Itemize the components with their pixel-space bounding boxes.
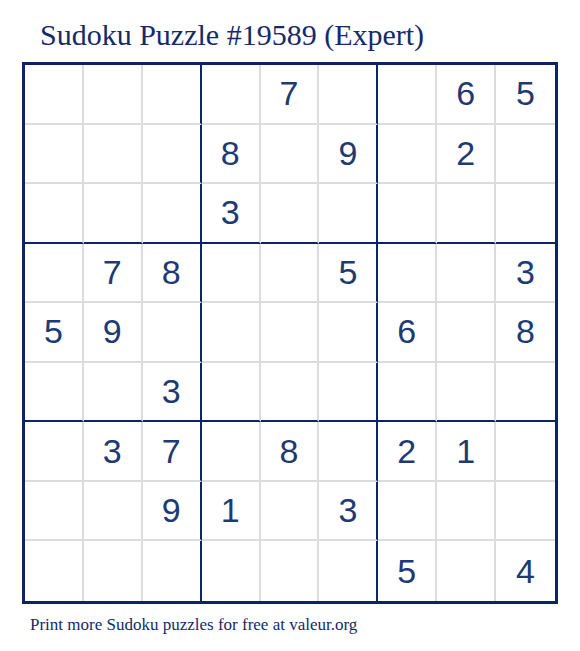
cell-r9c2-empty xyxy=(84,541,143,601)
cell-r5c7-given: 6 xyxy=(378,303,437,363)
cell-r2c5-empty xyxy=(261,125,320,185)
cell-r7c6-empty xyxy=(319,422,378,482)
cell-r7c2-given: 3 xyxy=(84,422,143,482)
cell-r1c2-empty xyxy=(84,65,143,125)
cell-r3c5-empty xyxy=(261,184,320,244)
cell-r4c3-given: 8 xyxy=(143,244,202,304)
cell-r5c6-empty xyxy=(319,303,378,363)
cell-r1c6-empty xyxy=(319,65,378,125)
cell-r7c8-given: 1 xyxy=(437,422,496,482)
cell-r6c4-empty xyxy=(202,363,261,423)
cell-r9c5-empty xyxy=(261,541,320,601)
cell-r2c6-given: 9 xyxy=(319,125,378,185)
cell-r4c4-empty xyxy=(202,244,261,304)
cell-r7c7-given: 2 xyxy=(378,422,437,482)
cell-r6c1-empty xyxy=(25,363,84,423)
cell-r2c4-given: 8 xyxy=(202,125,261,185)
cell-r2c2-empty xyxy=(84,125,143,185)
cell-r9c4-empty xyxy=(202,541,261,601)
cell-r9c9-given: 4 xyxy=(496,541,555,601)
cell-r1c7-empty xyxy=(378,65,437,125)
cell-r8c9-empty xyxy=(496,482,555,542)
cell-r1c3-empty xyxy=(143,65,202,125)
cell-r2c3-empty xyxy=(143,125,202,185)
cell-r6c7-empty xyxy=(378,363,437,423)
cell-r5c4-empty xyxy=(202,303,261,363)
cell-r8c6-given: 3 xyxy=(319,482,378,542)
cell-r1c5-given: 7 xyxy=(261,65,320,125)
cell-r6c8-empty xyxy=(437,363,496,423)
cell-r4c6-given: 5 xyxy=(319,244,378,304)
page-title: Sudoku Puzzle #19589 (Expert) xyxy=(40,18,424,52)
cell-r2c1-empty xyxy=(25,125,84,185)
cell-r6c5-empty xyxy=(261,363,320,423)
cell-r8c1-empty xyxy=(25,482,84,542)
cell-r9c8-empty xyxy=(437,541,496,601)
cell-r1c8-given: 6 xyxy=(437,65,496,125)
cell-r3c8-empty xyxy=(437,184,496,244)
cell-r7c5-given: 8 xyxy=(261,422,320,482)
cell-r4c9-given: 3 xyxy=(496,244,555,304)
cell-r1c1-empty xyxy=(25,65,84,125)
cell-r5c8-empty xyxy=(437,303,496,363)
cell-r6c2-empty xyxy=(84,363,143,423)
cell-r7c1-empty xyxy=(25,422,84,482)
cell-r5c5-empty xyxy=(261,303,320,363)
cell-r2c7-empty xyxy=(378,125,437,185)
cell-r4c1-empty xyxy=(25,244,84,304)
sudoku-board: 76589237853596833782191354 xyxy=(22,62,558,604)
cell-r1c4-empty xyxy=(202,65,261,125)
cell-r7c3-given: 7 xyxy=(143,422,202,482)
footer-credit-text: Print more Sudoku puzzles for free at va… xyxy=(30,615,357,635)
cell-r3c7-empty xyxy=(378,184,437,244)
cell-r3c2-empty xyxy=(84,184,143,244)
cell-r8c8-empty xyxy=(437,482,496,542)
cell-r5c1-given: 5 xyxy=(25,303,84,363)
cell-r3c9-empty xyxy=(496,184,555,244)
sudoku-grid: 76589237853596833782191354 xyxy=(25,65,555,601)
cell-r4c7-empty xyxy=(378,244,437,304)
cell-r5c3-empty xyxy=(143,303,202,363)
cell-r6c3-given: 3 xyxy=(143,363,202,423)
cell-r8c2-empty xyxy=(84,482,143,542)
cell-r9c3-empty xyxy=(143,541,202,601)
cell-r9c1-empty xyxy=(25,541,84,601)
cell-r4c5-empty xyxy=(261,244,320,304)
cell-r8c7-empty xyxy=(378,482,437,542)
cell-r2c9-empty xyxy=(496,125,555,185)
cell-r2c8-given: 2 xyxy=(437,125,496,185)
cell-r8c5-empty xyxy=(261,482,320,542)
cell-r3c4-given: 3 xyxy=(202,184,261,244)
cell-r3c3-empty xyxy=(143,184,202,244)
cell-r4c8-empty xyxy=(437,244,496,304)
cell-r6c6-empty xyxy=(319,363,378,423)
cell-r5c2-given: 9 xyxy=(84,303,143,363)
cell-r5c9-given: 8 xyxy=(496,303,555,363)
cell-r9c7-given: 5 xyxy=(378,541,437,601)
cell-r3c6-empty xyxy=(319,184,378,244)
cell-r7c4-empty xyxy=(202,422,261,482)
cell-r8c4-given: 1 xyxy=(202,482,261,542)
cell-r8c3-given: 9 xyxy=(143,482,202,542)
cell-r4c2-given: 7 xyxy=(84,244,143,304)
cell-r9c6-empty xyxy=(319,541,378,601)
cell-r3c1-empty xyxy=(25,184,84,244)
cell-r6c9-empty xyxy=(496,363,555,423)
cell-r7c9-empty xyxy=(496,422,555,482)
cell-r1c9-given: 5 xyxy=(496,65,555,125)
